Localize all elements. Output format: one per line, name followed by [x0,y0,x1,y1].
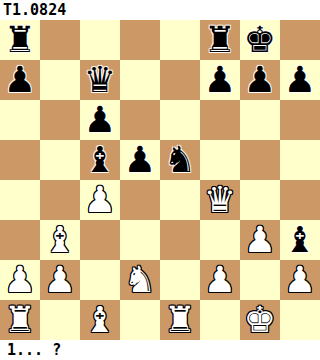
white-pawn-piece[interactable]: ♟ [244,222,276,258]
black-pawn-piece[interactable]: ♟ [124,142,156,178]
square-c5[interactable]: ♝ [80,140,120,180]
white-knight-piece[interactable]: ♞ [124,262,156,298]
square-f4[interactable]: ♛ [200,180,240,220]
square-e1[interactable]: ♜ [160,300,200,340]
square-c1[interactable]: ♝ [80,300,120,340]
square-f6[interactable] [200,100,240,140]
black-pawn-piece[interactable]: ♟ [4,62,36,98]
square-d1[interactable] [120,300,160,340]
square-b5[interactable] [40,140,80,180]
black-pawn-piece[interactable]: ♟ [84,102,116,138]
square-b8[interactable] [40,20,80,60]
square-f1[interactable] [200,300,240,340]
square-f5[interactable] [200,140,240,180]
black-bishop-piece[interactable]: ♝ [84,142,116,178]
black-knight-piece[interactable]: ♞ [164,142,196,178]
white-rook-piece[interactable]: ♜ [164,302,196,338]
square-d5[interactable]: ♟ [120,140,160,180]
square-e7[interactable] [160,60,200,100]
black-king-piece[interactable]: ♚ [244,22,276,58]
square-b1[interactable] [40,300,80,340]
square-a2[interactable]: ♟ [0,260,40,300]
white-pawn-piece[interactable]: ♟ [44,262,76,298]
square-c8[interactable] [80,20,120,60]
square-b2[interactable]: ♟ [40,260,80,300]
chess-board: ♜♜♚♟♛♟♟♟♟♝♟♞♟♛♝♟♝♟♟♞♟♟♜♝♜♚ [0,20,320,340]
square-d3[interactable] [120,220,160,260]
white-pawn-piece[interactable]: ♟ [84,182,116,218]
square-f2[interactable]: ♟ [200,260,240,300]
square-g4[interactable] [240,180,280,220]
square-d8[interactable] [120,20,160,60]
black-pawn-piece[interactable]: ♟ [284,62,316,98]
square-a3[interactable] [0,220,40,260]
square-g7[interactable]: ♟ [240,60,280,100]
square-g1[interactable]: ♚ [240,300,280,340]
square-a8[interactable]: ♜ [0,20,40,60]
white-bishop-piece[interactable]: ♝ [84,302,116,338]
white-pawn-piece[interactable]: ♟ [4,262,36,298]
black-pawn-piece[interactable]: ♟ [204,62,236,98]
square-f3[interactable] [200,220,240,260]
white-king-piece[interactable]: ♚ [244,302,276,338]
square-c6[interactable]: ♟ [80,100,120,140]
square-h3[interactable]: ♝ [280,220,320,260]
square-e4[interactable] [160,180,200,220]
black-rook-piece[interactable]: ♜ [204,22,236,58]
square-a5[interactable] [0,140,40,180]
square-a6[interactable] [0,100,40,140]
square-h7[interactable]: ♟ [280,60,320,100]
square-h4[interactable] [280,180,320,220]
square-b4[interactable] [40,180,80,220]
white-pawn-piece[interactable]: ♟ [284,262,316,298]
square-d4[interactable] [120,180,160,220]
white-bishop-piece[interactable]: ♝ [44,222,76,258]
square-h6[interactable] [280,100,320,140]
square-g2[interactable] [240,260,280,300]
square-d6[interactable] [120,100,160,140]
square-b3[interactable]: ♝ [40,220,80,260]
black-rook-piece[interactable]: ♜ [4,22,36,58]
black-bishop-piece[interactable]: ♝ [284,222,316,258]
square-h1[interactable] [280,300,320,340]
square-c3[interactable] [80,220,120,260]
square-e8[interactable] [160,20,200,60]
square-a4[interactable] [0,180,40,220]
square-a7[interactable]: ♟ [0,60,40,100]
square-b6[interactable] [40,100,80,140]
move-prompt: 1... ? [0,340,320,360]
square-g6[interactable] [240,100,280,140]
page-title: T1.0824 [0,0,320,20]
square-f8[interactable]: ♜ [200,20,240,60]
white-rook-piece[interactable]: ♜ [4,302,36,338]
square-h2[interactable]: ♟ [280,260,320,300]
square-b7[interactable] [40,60,80,100]
square-d2[interactable]: ♞ [120,260,160,300]
square-g3[interactable]: ♟ [240,220,280,260]
square-c7[interactable]: ♛ [80,60,120,100]
square-e6[interactable] [160,100,200,140]
square-g5[interactable] [240,140,280,180]
white-queen-piece[interactable]: ♛ [204,182,236,218]
square-g8[interactable]: ♚ [240,20,280,60]
square-e5[interactable]: ♞ [160,140,200,180]
square-f7[interactable]: ♟ [200,60,240,100]
square-c4[interactable]: ♟ [80,180,120,220]
square-a1[interactable]: ♜ [0,300,40,340]
square-e3[interactable] [160,220,200,260]
white-pawn-piece[interactable]: ♟ [204,262,236,298]
black-pawn-piece[interactable]: ♟ [244,62,276,98]
square-h8[interactable] [280,20,320,60]
square-d7[interactable] [120,60,160,100]
square-h5[interactable] [280,140,320,180]
black-queen-piece[interactable]: ♛ [84,62,116,98]
square-c2[interactable] [80,260,120,300]
square-e2[interactable] [160,260,200,300]
